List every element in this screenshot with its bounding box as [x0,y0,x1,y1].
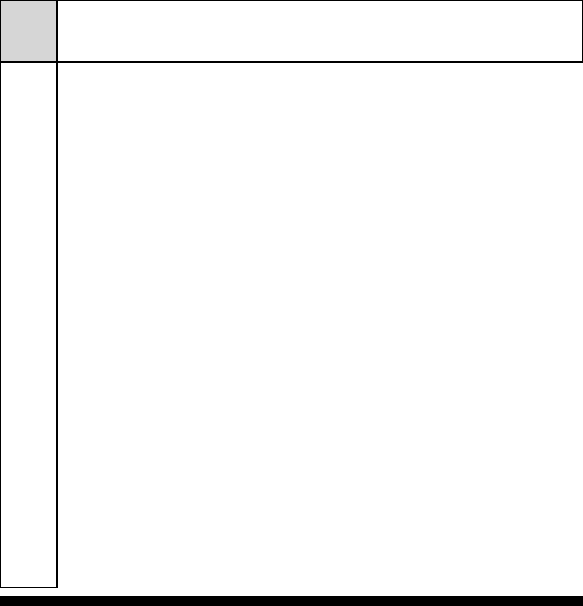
row-clues-panel [1,63,58,588]
column-clues-panel [58,1,583,63]
nonogram-grid [58,63,583,588]
url-bar [0,596,583,606]
nonogram-puzzle-page [0,0,583,606]
clue-corner-box [1,1,58,63]
